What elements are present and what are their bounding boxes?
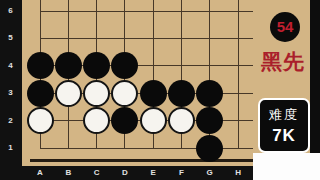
white-stone-A2[interactable] — [27, 107, 54, 134]
col-label-A: A — [33, 168, 47, 178]
white-stone-E2[interactable] — [140, 107, 167, 134]
black-stone-G3[interactable] — [196, 80, 223, 107]
puzzle-thumbnail: 654321 ABCDEFGH 54 黑先 难度 7K — [0, 0, 320, 180]
white-stone-F2[interactable] — [168, 107, 195, 134]
problem-number-badge: 54 — [270, 12, 300, 42]
white-stone-C2[interactable] — [83, 107, 110, 134]
col-label-E: E — [146, 168, 160, 178]
bottom-right-corner — [253, 153, 320, 180]
black-stone-A4[interactable] — [27, 52, 54, 79]
grid-vline-H — [238, 0, 239, 149]
col-label-H: H — [231, 168, 245, 178]
black-stone-G1[interactable] — [196, 135, 223, 162]
row-label-1: 1 — [0, 143, 21, 153]
row-label-2: 2 — [0, 116, 21, 126]
row-label-3: 3 — [0, 88, 21, 98]
white-stone-D3[interactable] — [111, 80, 138, 107]
grid-hline-5 — [40, 38, 253, 39]
col-label-B: B — [61, 168, 75, 178]
col-label-D: D — [118, 168, 132, 178]
right-edge-strip — [310, 0, 320, 153]
grid-hline-6 — [40, 11, 253, 12]
black-to-play-label: 黑先 — [251, 48, 315, 76]
difficulty-label: 难度 — [269, 106, 299, 124]
row-label-5: 5 — [0, 33, 21, 43]
difficulty-value: 7K — [272, 126, 296, 146]
row-label-6: 6 — [0, 6, 21, 16]
board-bottom-edge — [30, 159, 253, 162]
col-label-C: C — [90, 168, 104, 178]
white-stone-C3[interactable] — [83, 80, 110, 107]
problem-number: 54 — [277, 18, 294, 35]
row-label-4: 4 — [0, 61, 21, 71]
black-stone-E3[interactable] — [140, 80, 167, 107]
difficulty-box: 难度 7K — [258, 98, 310, 153]
black-stone-F3[interactable] — [168, 80, 195, 107]
white-stone-B3[interactable] — [55, 80, 82, 107]
black-stone-B4[interactable] — [55, 52, 82, 79]
col-label-F: F — [174, 168, 188, 178]
col-label-G: G — [203, 168, 217, 178]
black-stone-A3[interactable] — [27, 80, 54, 107]
